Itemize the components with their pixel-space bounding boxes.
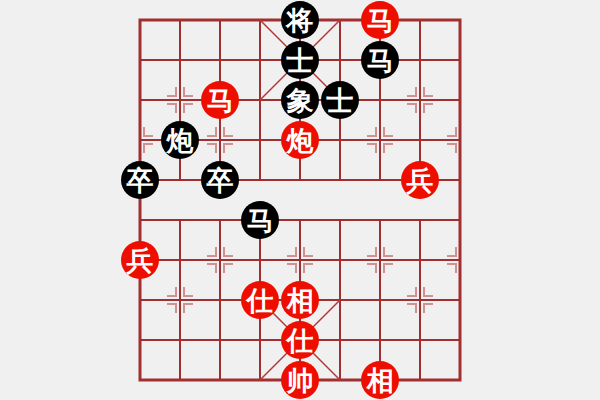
red-advisor[interactable]: 仕 (281, 321, 319, 359)
black-soldier[interactable]: 卒 (201, 161, 239, 199)
black-cannon[interactable]: 炮 (161, 121, 199, 159)
red-horse[interactable]: 马 (361, 1, 399, 39)
red-soldier[interactable]: 兵 (401, 161, 439, 199)
pieces-layer: 将马士马马象士炮炮卒卒兵马兵仕相仕帅相 (120, 0, 480, 400)
red-elephant[interactable]: 相 (361, 361, 399, 399)
red-soldier[interactable]: 兵 (121, 241, 159, 279)
red-cannon[interactable]: 炮 (281, 121, 319, 159)
black-elephant[interactable]: 象 (281, 81, 319, 119)
red-horse[interactable]: 马 (201, 81, 239, 119)
xiangqi-board: 将马士马马象士炮炮卒卒兵马兵仕相仕帅相 (0, 0, 600, 400)
red-general[interactable]: 帅 (281, 361, 319, 399)
black-horse[interactable]: 马 (361, 41, 399, 79)
red-elephant[interactable]: 相 (281, 281, 319, 319)
red-advisor[interactable]: 仕 (241, 281, 279, 319)
black-general[interactable]: 将 (281, 1, 319, 39)
black-soldier[interactable]: 卒 (121, 161, 159, 199)
black-advisor[interactable]: 士 (281, 41, 319, 79)
black-horse[interactable]: 马 (241, 201, 279, 239)
black-advisor[interactable]: 士 (321, 81, 359, 119)
